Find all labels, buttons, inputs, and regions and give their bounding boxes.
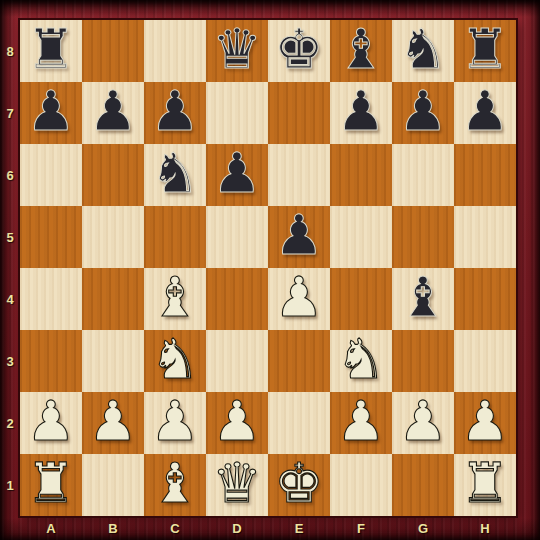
square-c1[interactable]: ♝ [144, 454, 206, 516]
square-c6[interactable]: ♞ [144, 144, 206, 206]
square-g7[interactable]: ♟ [392, 82, 454, 144]
file-label-c: C [144, 516, 206, 540]
rank-label-8: 8 [0, 20, 20, 82]
square-g5[interactable] [392, 206, 454, 268]
piece-white-pawn[interactable]: ♟ [88, 394, 137, 449]
piece-black-pawn[interactable]: ♟ [336, 84, 385, 139]
square-g1[interactable] [392, 454, 454, 516]
square-e7[interactable] [268, 82, 330, 144]
piece-black-pawn[interactable]: ♟ [274, 208, 323, 263]
piece-black-pawn[interactable]: ♟ [150, 84, 199, 139]
piece-black-knight[interactable]: ♞ [398, 22, 447, 77]
square-d5[interactable] [206, 206, 268, 268]
square-c8[interactable] [144, 20, 206, 82]
square-e1[interactable]: ♚ [268, 454, 330, 516]
piece-white-king[interactable]: ♚ [274, 456, 323, 511]
file-label-a: A [20, 516, 82, 540]
piece-white-queen[interactable]: ♛ [212, 456, 261, 511]
square-a5[interactable] [20, 206, 82, 268]
piece-black-bishop[interactable]: ♝ [336, 22, 385, 77]
piece-white-bishop[interactable]: ♝ [150, 456, 199, 511]
file-label-d: D [206, 516, 268, 540]
square-d2[interactable]: ♟ [206, 392, 268, 454]
square-e3[interactable] [268, 330, 330, 392]
piece-white-knight[interactable]: ♞ [336, 332, 385, 387]
square-a4[interactable] [20, 268, 82, 330]
rank-labels: 8 7 6 5 4 3 2 1 [0, 20, 20, 516]
square-c7[interactable]: ♟ [144, 82, 206, 144]
square-c5[interactable] [144, 206, 206, 268]
piece-black-pawn[interactable]: ♟ [26, 84, 75, 139]
square-d3[interactable] [206, 330, 268, 392]
file-labels: A B C D E F G H [20, 516, 516, 540]
file-label-h: H [454, 516, 516, 540]
square-a6[interactable] [20, 144, 82, 206]
rank-label-2: 2 [0, 392, 20, 454]
square-b6[interactable] [82, 144, 144, 206]
piece-black-pawn[interactable]: ♟ [460, 84, 509, 139]
piece-black-rook[interactable]: ♜ [460, 22, 509, 77]
square-c3[interactable]: ♞ [144, 330, 206, 392]
square-e2[interactable] [268, 392, 330, 454]
square-h1[interactable]: ♜ [454, 454, 516, 516]
piece-white-rook[interactable]: ♜ [26, 456, 75, 511]
square-h4[interactable] [454, 268, 516, 330]
square-e4[interactable]: ♟ [268, 268, 330, 330]
piece-white-knight[interactable]: ♞ [150, 332, 199, 387]
piece-black-king[interactable]: ♚ [274, 22, 323, 77]
piece-black-pawn[interactable]: ♟ [212, 146, 261, 201]
square-h6[interactable] [454, 144, 516, 206]
piece-white-pawn[interactable]: ♟ [212, 394, 261, 449]
square-g3[interactable] [392, 330, 454, 392]
square-a3[interactable] [20, 330, 82, 392]
rank-label-3: 3 [0, 330, 20, 392]
square-d6[interactable]: ♟ [206, 144, 268, 206]
square-c4[interactable]: ♝ [144, 268, 206, 330]
piece-white-pawn[interactable]: ♟ [460, 394, 509, 449]
square-a1[interactable]: ♜ [20, 454, 82, 516]
square-b3[interactable] [82, 330, 144, 392]
square-d8[interactable]: ♛ [206, 20, 268, 82]
piece-white-pawn[interactable]: ♟ [150, 394, 199, 449]
piece-black-pawn[interactable]: ♟ [398, 84, 447, 139]
piece-white-pawn[interactable]: ♟ [398, 394, 447, 449]
piece-black-bishop[interactable]: ♝ [398, 270, 447, 325]
square-a8[interactable]: ♜ [20, 20, 82, 82]
square-f6[interactable] [330, 144, 392, 206]
square-h2[interactable]: ♟ [454, 392, 516, 454]
square-e8[interactable]: ♚ [268, 20, 330, 82]
square-h5[interactable] [454, 206, 516, 268]
rank-label-4: 4 [0, 268, 20, 330]
square-b8[interactable] [82, 20, 144, 82]
piece-white-rook[interactable]: ♜ [460, 456, 509, 511]
square-c2[interactable]: ♟ [144, 392, 206, 454]
square-g2[interactable]: ♟ [392, 392, 454, 454]
square-h7[interactable]: ♟ [454, 82, 516, 144]
square-f2[interactable]: ♟ [330, 392, 392, 454]
rank-label-6: 6 [0, 144, 20, 206]
square-a2[interactable]: ♟ [20, 392, 82, 454]
square-d1[interactable]: ♛ [206, 454, 268, 516]
square-g8[interactable]: ♞ [392, 20, 454, 82]
square-d4[interactable] [206, 268, 268, 330]
file-label-e: E [268, 516, 330, 540]
chess-board-frame: 8 7 6 5 4 3 2 1 ♜♛♚♝♞♜♟♟♟♟♟♟♞♟♟♝♟♝♞♞♟♟♟♟… [0, 0, 540, 540]
piece-black-queen[interactable]: ♛ [212, 22, 261, 77]
square-d7[interactable] [206, 82, 268, 144]
piece-black-pawn[interactable]: ♟ [88, 84, 137, 139]
square-g4[interactable]: ♝ [392, 268, 454, 330]
piece-black-knight[interactable]: ♞ [150, 146, 199, 201]
chess-board: ♜♛♚♝♞♜♟♟♟♟♟♟♞♟♟♝♟♝♞♞♟♟♟♟♟♟♟♜♝♛♚♜ [20, 20, 516, 516]
square-e6[interactable] [268, 144, 330, 206]
square-f4[interactable] [330, 268, 392, 330]
piece-white-pawn[interactable]: ♟ [26, 394, 75, 449]
square-b4[interactable] [82, 268, 144, 330]
rank-label-7: 7 [0, 82, 20, 144]
square-b5[interactable] [82, 206, 144, 268]
square-g6[interactable] [392, 144, 454, 206]
square-b2[interactable]: ♟ [82, 392, 144, 454]
square-f1[interactable] [330, 454, 392, 516]
square-f7[interactable]: ♟ [330, 82, 392, 144]
square-f5[interactable] [330, 206, 392, 268]
square-b1[interactable] [82, 454, 144, 516]
square-h3[interactable] [454, 330, 516, 392]
piece-white-pawn[interactable]: ♟ [336, 394, 385, 449]
file-label-g: G [392, 516, 454, 540]
square-e5[interactable]: ♟ [268, 206, 330, 268]
piece-black-rook[interactable]: ♜ [26, 22, 75, 77]
square-f8[interactable]: ♝ [330, 20, 392, 82]
square-h8[interactable]: ♜ [454, 20, 516, 82]
square-a7[interactable]: ♟ [20, 82, 82, 144]
file-label-b: B [82, 516, 144, 540]
square-f3[interactable]: ♞ [330, 330, 392, 392]
rank-label-1: 1 [0, 454, 20, 516]
piece-white-bishop[interactable]: ♝ [150, 270, 199, 325]
square-b7[interactable]: ♟ [82, 82, 144, 144]
rank-label-5: 5 [0, 206, 20, 268]
file-label-f: F [330, 516, 392, 540]
piece-white-pawn[interactable]: ♟ [274, 270, 323, 325]
